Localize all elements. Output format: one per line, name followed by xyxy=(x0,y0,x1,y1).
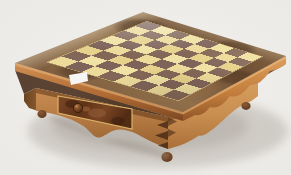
drawer-knob xyxy=(73,103,82,112)
photo-stage xyxy=(0,0,291,175)
foot-right xyxy=(241,102,250,110)
drawer-knob-highlight xyxy=(76,105,78,107)
foot-left xyxy=(37,110,46,118)
